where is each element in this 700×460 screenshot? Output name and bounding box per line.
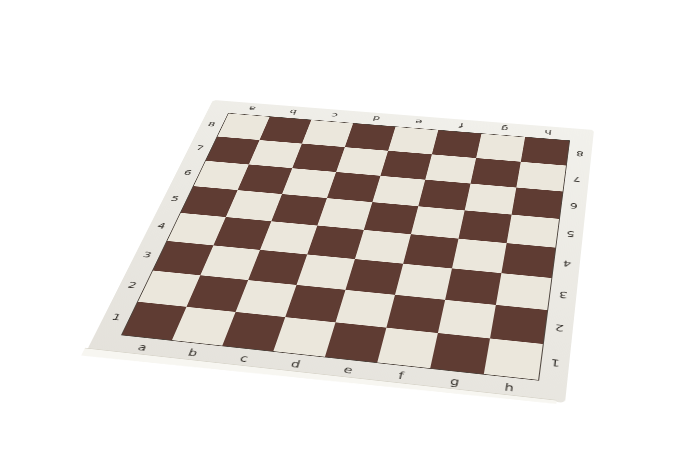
square-d7 xyxy=(336,147,388,176)
rank-label-3-right: 3 xyxy=(548,278,578,313)
square-f7 xyxy=(425,154,476,183)
square-h7 xyxy=(516,162,566,192)
square-e4 xyxy=(355,230,411,264)
square-g8 xyxy=(476,134,525,162)
square-g3 xyxy=(445,268,501,304)
square-h2 xyxy=(490,305,547,344)
square-h8 xyxy=(521,137,569,165)
square-e7 xyxy=(380,151,431,180)
rank-label-4-right: 4 xyxy=(552,248,581,281)
square-e8 xyxy=(388,127,438,155)
square-h5 xyxy=(507,215,559,248)
product-photo-canvas: abcdefgh abcdefgh 87654321 87654321 xyxy=(0,0,700,460)
square-e6 xyxy=(372,176,425,206)
vinyl-mat: abcdefgh abcdefgh 87654321 87654321 xyxy=(87,100,594,403)
square-h4 xyxy=(501,243,555,278)
square-e2 xyxy=(336,290,396,328)
square-f4 xyxy=(403,234,458,268)
square-f1 xyxy=(377,328,438,369)
square-f3 xyxy=(395,264,452,300)
rank-label-1-right: 1 xyxy=(539,344,571,383)
rank-label-2-right: 2 xyxy=(544,310,575,347)
square-f2 xyxy=(386,295,445,333)
rank-label-8-right: 8 xyxy=(567,141,593,168)
square-g2 xyxy=(438,300,496,339)
rank-label-7-right: 7 xyxy=(563,166,590,194)
square-f6 xyxy=(418,180,470,211)
square-h6 xyxy=(512,188,563,219)
square-g7 xyxy=(471,158,521,187)
square-g4 xyxy=(452,239,507,274)
square-f8 xyxy=(432,130,482,158)
square-f5 xyxy=(411,206,465,238)
square-h1 xyxy=(484,338,543,379)
square-e3 xyxy=(345,259,403,295)
rank-label-6-right: 6 xyxy=(560,192,587,222)
square-g6 xyxy=(465,184,517,215)
square-d6 xyxy=(327,172,380,202)
square-e5 xyxy=(364,202,418,234)
square-g5 xyxy=(459,210,512,243)
square-g1 xyxy=(430,333,490,374)
square-h3 xyxy=(496,273,552,310)
square-d8 xyxy=(345,123,396,150)
square-e1 xyxy=(325,322,386,362)
rank-label-5-right: 5 xyxy=(556,219,584,250)
